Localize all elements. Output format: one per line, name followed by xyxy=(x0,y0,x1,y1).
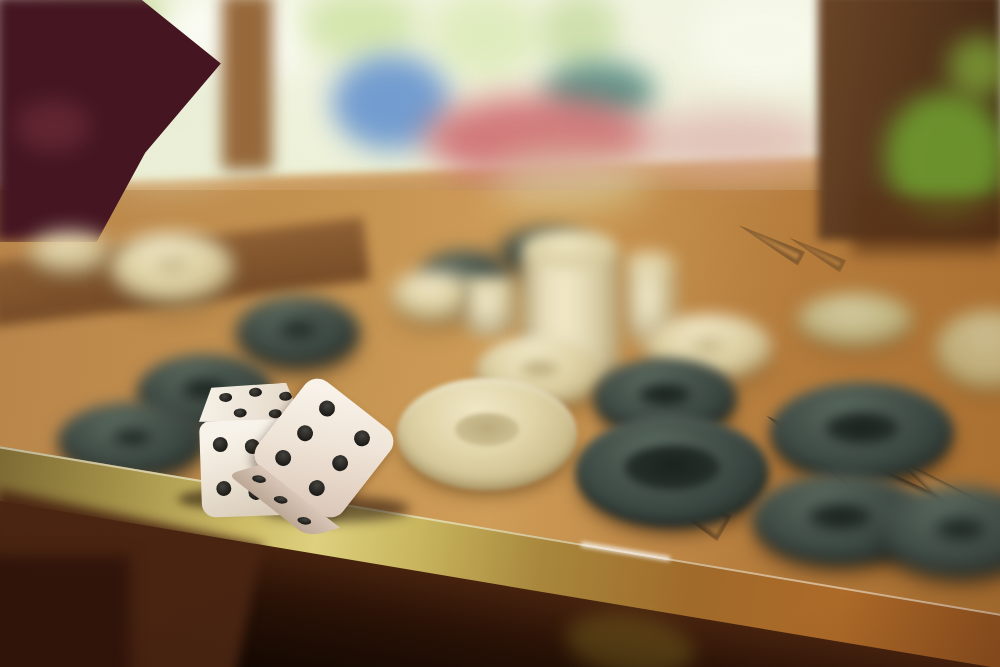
checker-stack-white xyxy=(462,279,518,337)
checker-concave-center xyxy=(808,503,871,530)
die-pip xyxy=(351,427,373,449)
checker-dark xyxy=(770,382,954,482)
die-pip xyxy=(219,392,232,401)
die-pip xyxy=(328,452,350,474)
maroon-light-spot xyxy=(16,100,90,152)
die-pip xyxy=(213,436,229,452)
backgammon-photo-scene xyxy=(0,0,1000,667)
checker-concave-center xyxy=(934,517,986,540)
foliage-blob xyxy=(490,148,650,208)
column-base-shadow xyxy=(852,196,1000,254)
die-pip xyxy=(216,480,232,496)
die-pip xyxy=(294,516,313,526)
checker-dark xyxy=(236,296,360,368)
checker-dark-hole xyxy=(575,416,769,528)
stack-top-face xyxy=(463,276,517,291)
pink-blur xyxy=(630,110,830,172)
die-pip xyxy=(234,408,247,417)
die-pip xyxy=(294,422,316,444)
checker-concave-center xyxy=(455,413,520,445)
foreground-shadow xyxy=(0,556,130,667)
rail-reflection xyxy=(561,605,699,667)
right-die-face-6 xyxy=(248,372,400,524)
checker-concave-center xyxy=(278,320,317,338)
window-post xyxy=(222,0,272,170)
die-pip xyxy=(250,474,269,484)
checker-concave-center xyxy=(639,383,691,406)
checker-cream xyxy=(28,231,112,275)
checker-concave-center xyxy=(112,429,152,445)
die-pip xyxy=(316,397,338,419)
checker-cream-sharp xyxy=(397,378,577,490)
stack-top-face xyxy=(625,252,675,274)
stack-top-face xyxy=(522,229,618,267)
checker-concave-center xyxy=(691,338,726,353)
right-die xyxy=(258,380,408,532)
checker-cream-stack-tray xyxy=(110,232,234,304)
checker-concave-center xyxy=(624,445,719,490)
die-pip xyxy=(272,447,294,469)
checker-concave-center xyxy=(155,257,189,272)
checker-concave-center xyxy=(520,360,560,378)
checker-concave-center xyxy=(825,412,899,445)
checker-olive xyxy=(797,293,913,347)
die-pip xyxy=(272,495,291,505)
die-pip xyxy=(306,477,328,499)
